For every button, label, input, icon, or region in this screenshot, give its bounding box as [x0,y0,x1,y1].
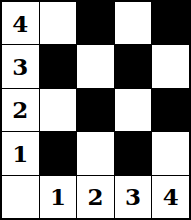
row-label: 2 [2,89,39,131]
checkerboard: 43211234 [0,0,191,220]
board-cell [77,89,114,131]
col-label: 1 [40,176,77,218]
row-label: 4 [2,2,39,44]
board-cell [115,89,152,131]
row-label: 3 [2,45,39,87]
board-cell [40,2,77,44]
board-cell [152,2,189,44]
corner-cell [2,176,39,218]
board-cell [115,132,152,174]
board-cell [77,132,114,174]
board-cell [40,132,77,174]
board-cell [152,132,189,174]
board-cell [77,2,114,44]
col-label: 2 [77,176,114,218]
row-label: 1 [2,132,39,174]
board-cell [40,45,77,87]
col-label: 4 [152,176,189,218]
board-cell [77,45,114,87]
board-cell [115,2,152,44]
board-cell [115,45,152,87]
board-cell [152,89,189,131]
board-cell [40,89,77,131]
board-cell [152,45,189,87]
col-label: 3 [115,176,152,218]
